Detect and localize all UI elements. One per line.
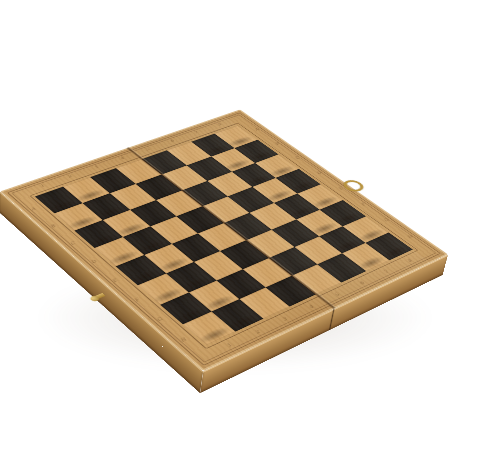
product-photo: 1122334455667788AABBCCDDEEFFGGHH ♜♞♝♛♚♝♞… <box>0 0 500 474</box>
fold-seam-edge <box>328 308 335 330</box>
black-pawn-icon: ♟ <box>357 227 392 264</box>
white-rook-icon: ♜ <box>196 289 240 336</box>
